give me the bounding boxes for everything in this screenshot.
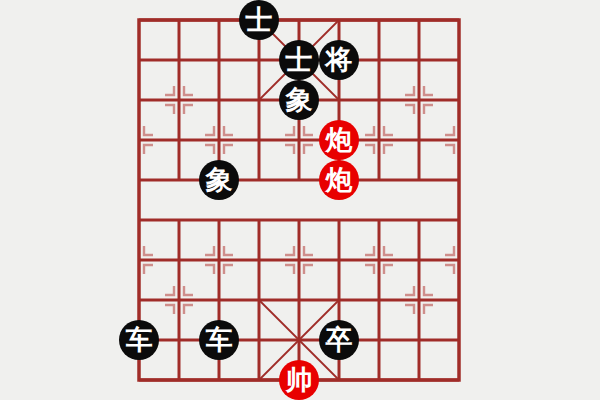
- piece-black-chariot[interactable]: 车: [119, 320, 159, 360]
- piece-black-elephant[interactable]: 象: [279, 80, 319, 120]
- piece-red-general[interactable]: 帅: [279, 360, 319, 400]
- piece-red-cannon[interactable]: 炮: [319, 160, 359, 200]
- pieces-layer: 士士将象炮象炮车车卒帅: [119, 0, 479, 400]
- xiangqi-board: 士士将象炮象炮车车卒帅: [0, 0, 600, 400]
- piece-black-advisor[interactable]: 士: [239, 0, 279, 40]
- piece-black-chariot[interactable]: 车: [199, 320, 239, 360]
- piece-black-advisor[interactable]: 士: [279, 40, 319, 80]
- piece-black-soldier[interactable]: 卒: [319, 320, 359, 360]
- piece-red-cannon[interactable]: 炮: [319, 120, 359, 160]
- piece-black-general[interactable]: 将: [319, 40, 359, 80]
- piece-black-elephant[interactable]: 象: [199, 160, 239, 200]
